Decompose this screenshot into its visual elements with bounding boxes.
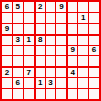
sudoku-cell-given: 8 — [35, 35, 45, 45]
sudoku-cell-empty[interactable] — [89, 67, 99, 77]
sudoku-cell-empty[interactable] — [35, 46, 45, 56]
sudoku-cell-empty[interactable] — [67, 56, 77, 66]
sudoku-cell-empty[interactable] — [2, 89, 12, 99]
sudoku-cell-empty[interactable] — [35, 24, 45, 34]
sudoku-cell-empty[interactable] — [67, 24, 77, 34]
sudoku-cell-given: 5 — [13, 2, 23, 12]
sudoku-cell-given: 3 — [46, 78, 56, 88]
sudoku-cell-empty[interactable] — [67, 89, 77, 99]
sudoku-cell-empty[interactable] — [89, 24, 99, 34]
sudoku-cell-empty[interactable] — [67, 35, 77, 45]
sudoku-cell-empty[interactable] — [67, 78, 77, 88]
sudoku-cell-given: 6 — [13, 78, 23, 88]
sudoku-cell-empty[interactable] — [24, 2, 34, 12]
sudoku-cell-given: 4 — [67, 67, 77, 77]
sudoku-cell-empty[interactable] — [89, 35, 99, 45]
sudoku-cell-empty[interactable] — [13, 46, 23, 56]
sudoku-cell-given: 9 — [56, 2, 66, 12]
sudoku-cell-empty[interactable] — [46, 24, 56, 34]
sudoku-cell-empty[interactable] — [78, 78, 88, 88]
sudoku-cell-given: 2 — [2, 67, 12, 77]
sudoku-cell-empty[interactable] — [78, 35, 88, 45]
sudoku-cell-empty[interactable] — [46, 67, 56, 77]
sudoku-cell-empty[interactable] — [13, 67, 23, 77]
sudoku-cell-empty[interactable] — [2, 56, 12, 66]
sudoku-cell-empty[interactable] — [46, 56, 56, 66]
sudoku-cell-empty[interactable] — [78, 67, 88, 77]
sudoku-cell-empty[interactable] — [56, 35, 66, 45]
sudoku-cell-given: 2 — [35, 2, 45, 12]
sudoku-cell-empty[interactable] — [56, 46, 66, 56]
sudoku-cell-empty[interactable] — [24, 46, 34, 56]
sudoku-board: 65291931896274613 — [0, 0, 101, 101]
sudoku-cell-empty[interactable] — [78, 24, 88, 34]
sudoku-cell-empty[interactable] — [13, 56, 23, 66]
sudoku-cell-empty[interactable] — [24, 56, 34, 66]
sudoku-cell-given: 1 — [78, 13, 88, 23]
sudoku-cell-empty[interactable] — [35, 89, 45, 99]
sudoku-cell-empty[interactable] — [78, 89, 88, 99]
sudoku-cell-empty[interactable] — [56, 24, 66, 34]
sudoku-cell-empty[interactable] — [35, 56, 45, 66]
sudoku-cell-empty[interactable] — [56, 78, 66, 88]
sudoku-cell-empty[interactable] — [67, 2, 77, 12]
sudoku-cell-empty[interactable] — [24, 78, 34, 88]
sudoku-cell-given: 9 — [2, 24, 12, 34]
sudoku-cell-empty[interactable] — [89, 13, 99, 23]
sudoku-cell-empty[interactable] — [89, 2, 99, 12]
sudoku-cell-empty[interactable] — [35, 13, 45, 23]
sudoku-cell-empty[interactable] — [13, 13, 23, 23]
sudoku-cell-empty[interactable] — [2, 13, 12, 23]
sudoku-cell-empty[interactable] — [24, 24, 34, 34]
sudoku-cell-empty[interactable] — [89, 56, 99, 66]
sudoku-cell-empty[interactable] — [35, 67, 45, 77]
sudoku-cell-empty[interactable] — [89, 89, 99, 99]
sudoku-cell-given: 3 — [13, 35, 23, 45]
sudoku-cell-given: 6 — [2, 2, 12, 12]
sudoku-cell-empty[interactable] — [46, 89, 56, 99]
sudoku-cell-given: 7 — [24, 67, 34, 77]
sudoku-cell-empty[interactable] — [46, 46, 56, 56]
sudoku-cell-empty[interactable] — [24, 13, 34, 23]
sudoku-cell-empty[interactable] — [13, 89, 23, 99]
sudoku-cell-empty[interactable] — [13, 24, 23, 34]
sudoku-cell-empty[interactable] — [24, 89, 34, 99]
sudoku-cell-given: 1 — [24, 35, 34, 45]
sudoku-cell-empty[interactable] — [56, 13, 66, 23]
sudoku-cell-empty[interactable] — [67, 13, 77, 23]
sudoku-cell-given: 9 — [67, 46, 77, 56]
sudoku-cell-empty[interactable] — [78, 46, 88, 56]
sudoku-cell-empty[interactable] — [46, 2, 56, 12]
sudoku-cell-empty[interactable] — [2, 35, 12, 45]
sudoku-cell-empty[interactable] — [56, 56, 66, 66]
sudoku-cell-empty[interactable] — [2, 46, 12, 56]
sudoku-cell-given: 6 — [89, 46, 99, 56]
sudoku-cell-empty[interactable] — [46, 13, 56, 23]
sudoku-cell-empty[interactable] — [89, 78, 99, 88]
sudoku-cell-empty[interactable] — [2, 78, 12, 88]
sudoku-cell-given: 1 — [35, 78, 45, 88]
sudoku-cell-empty[interactable] — [56, 67, 66, 77]
sudoku-cell-empty[interactable] — [78, 2, 88, 12]
sudoku-cell-empty[interactable] — [78, 56, 88, 66]
sudoku-cell-empty[interactable] — [46, 35, 56, 45]
sudoku-cell-empty[interactable] — [56, 89, 66, 99]
